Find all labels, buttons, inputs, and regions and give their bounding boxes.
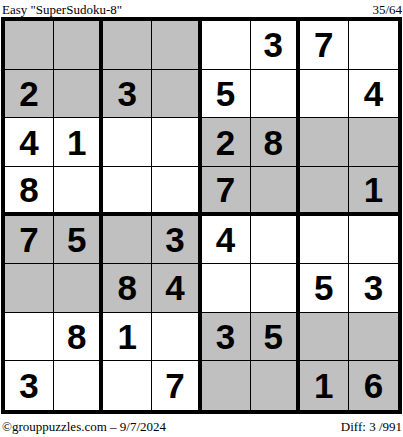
cell-r4c3[interactable] — [103, 167, 152, 216]
cell-r4c4[interactable] — [152, 167, 201, 216]
cell-r3c6[interactable]: 8 — [251, 118, 300, 167]
cell-r2c8[interactable]: 4 — [349, 70, 398, 119]
cell-r5c8[interactable] — [349, 216, 398, 265]
cell-r7c4[interactable] — [152, 313, 201, 362]
cell-r1c2[interactable] — [54, 21, 103, 70]
cell-r4c2[interactable] — [54, 167, 103, 216]
cell-r2c1[interactable]: 2 — [5, 70, 54, 119]
cell-r2c4[interactable] — [152, 70, 201, 119]
cell-r1c6[interactable]: 3 — [251, 21, 300, 70]
cell-r2c3[interactable]: 3 — [103, 70, 152, 119]
cell-r5c7[interactable] — [300, 216, 349, 265]
cell-r6c7[interactable]: 5 — [300, 264, 349, 313]
cell-r4c8[interactable]: 1 — [349, 167, 398, 216]
cell-r1c4[interactable] — [152, 21, 201, 70]
cell-r4c6[interactable] — [251, 167, 300, 216]
cell-r6c1[interactable] — [5, 264, 54, 313]
cell-r6c6[interactable] — [251, 264, 300, 313]
cell-r7c1[interactable] — [5, 313, 54, 362]
cell-r5c4[interactable]: 3 — [152, 216, 201, 265]
empty-cell-counter: 35/64 — [372, 2, 402, 17]
cell-r5c2[interactable]: 5 — [54, 216, 103, 265]
cell-r3c3[interactable] — [103, 118, 152, 167]
cell-r1c5[interactable] — [202, 21, 251, 70]
cell-r8c1[interactable]: 3 — [5, 361, 54, 410]
cell-r7c2[interactable]: 8 — [54, 313, 103, 362]
cell-r7c5[interactable]: 3 — [202, 313, 251, 362]
cell-r3c8[interactable] — [349, 118, 398, 167]
cell-r8c2[interactable] — [54, 361, 103, 410]
header: Easy "SuperSudoku-8" 35/64 — [0, 0, 403, 17]
cell-r5c5[interactable]: 4 — [202, 216, 251, 265]
cell-r8c6[interactable] — [251, 361, 300, 410]
cell-r8c3[interactable] — [103, 361, 152, 410]
cell-r6c8[interactable]: 3 — [349, 264, 398, 313]
copyright-text: ©grouppuzzles.com – 9/7/2024 — [2, 419, 166, 434]
cell-r1c3[interactable] — [103, 21, 152, 70]
cell-r8c5[interactable] — [202, 361, 251, 410]
cell-r5c1[interactable]: 7 — [5, 216, 54, 265]
cell-r8c8[interactable]: 6 — [349, 361, 398, 410]
cell-r6c5[interactable] — [202, 264, 251, 313]
sudoku-board: 37235441288717534845381353716 — [1, 17, 402, 414]
cell-r1c8[interactable] — [349, 21, 398, 70]
cell-r3c7[interactable] — [300, 118, 349, 167]
cell-r7c7[interactable] — [300, 313, 349, 362]
footer: ©grouppuzzles.com – 9/7/2024 Diff: 3 /99… — [0, 414, 403, 434]
cell-r2c5[interactable]: 5 — [202, 70, 251, 119]
cell-r6c2[interactable] — [54, 264, 103, 313]
cell-r2c6[interactable] — [251, 70, 300, 119]
cell-r4c1[interactable]: 8 — [5, 167, 54, 216]
page-title: Easy "SuperSudoku-8" — [2, 2, 122, 17]
cell-r3c1[interactable]: 4 — [5, 118, 54, 167]
cell-r7c3[interactable]: 1 — [103, 313, 152, 362]
cell-r6c3[interactable]: 8 — [103, 264, 152, 313]
difficulty-text: Diff: 3 /991 — [341, 419, 402, 434]
cell-r5c6[interactable] — [251, 216, 300, 265]
cell-r4c5[interactable]: 7 — [202, 167, 251, 216]
cell-r1c1[interactable] — [5, 21, 54, 70]
cell-r2c7[interactable] — [300, 70, 349, 119]
cell-r4c7[interactable] — [300, 167, 349, 216]
cell-r2c2[interactable] — [54, 70, 103, 119]
cell-r3c5[interactable]: 2 — [202, 118, 251, 167]
cell-r8c4[interactable]: 7 — [152, 361, 201, 410]
cell-r5c3[interactable] — [103, 216, 152, 265]
cell-r3c2[interactable]: 1 — [54, 118, 103, 167]
cell-r1c7[interactable]: 7 — [300, 21, 349, 70]
cell-r3c4[interactable] — [152, 118, 201, 167]
cell-r7c8[interactable] — [349, 313, 398, 362]
cell-r8c7[interactable]: 1 — [300, 361, 349, 410]
cell-r6c4[interactable]: 4 — [152, 264, 201, 313]
cell-r7c6[interactable]: 5 — [251, 313, 300, 362]
